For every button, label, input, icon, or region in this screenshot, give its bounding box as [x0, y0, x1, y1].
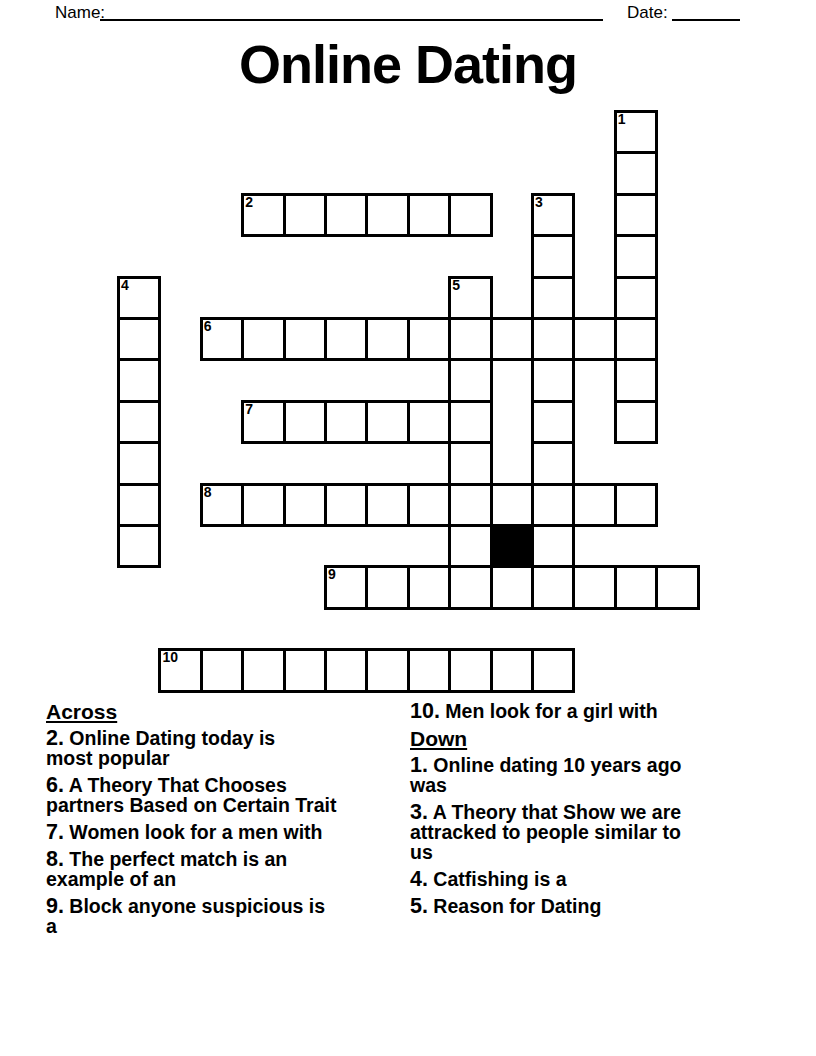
- grid-cell[interactable]: [531, 400, 575, 444]
- clue-number: 7.: [46, 820, 64, 844]
- clue-number: 10.: [410, 699, 440, 723]
- grid-cell[interactable]: [531, 358, 575, 402]
- cell-number: 3: [535, 195, 543, 209]
- clue-text: Online Dating today is most popular: [46, 727, 275, 769]
- clue-text: Men look for a girl with: [445, 700, 657, 722]
- grid-cell[interactable]: [448, 193, 492, 237]
- clue-1-down: 1. Online dating 10 years ago was: [410, 755, 810, 795]
- across-heading: Across: [46, 701, 414, 723]
- grid-cell[interactable]: [365, 565, 409, 609]
- clue-2-across: 2. Online Dating today is most popular: [46, 728, 414, 768]
- grid-cell[interactable]: [531, 441, 575, 485]
- clue-7-across: 7. Women look for a men with: [46, 822, 414, 842]
- date-label: Date:: [627, 3, 668, 23]
- clue-9-across: 9. Block anyone suspicious is a: [46, 896, 414, 936]
- clue-number: 5.: [410, 894, 428, 918]
- grid-cell[interactable]: [531, 524, 575, 568]
- clue-text: Online dating 10 years ago was: [410, 754, 682, 796]
- clue-10-across: 10. Men look for a girl with: [410, 701, 810, 721]
- grid-cell[interactable]: [407, 483, 451, 527]
- clues-column-left: Across 2. Online Dating today is most po…: [46, 701, 414, 943]
- clue-text: A Theory That Chooses partners Based on …: [46, 774, 336, 816]
- grid-cell[interactable]: [407, 565, 451, 609]
- grid-cell[interactable]: [614, 151, 658, 195]
- grid-cell[interactable]: [365, 483, 409, 527]
- grid-cell[interactable]: [448, 358, 492, 402]
- grid-cell[interactable]: [448, 400, 492, 444]
- grid-cell[interactable]: [531, 648, 575, 692]
- name-blank-line: [100, 19, 603, 21]
- grid-cell[interactable]: [365, 317, 409, 361]
- grid-cell[interactable]: [200, 648, 244, 692]
- grid-cell[interactable]: [614, 483, 658, 527]
- cell-number: 6: [204, 319, 212, 333]
- grid-cell[interactable]: [117, 358, 161, 402]
- black-cell: [490, 524, 534, 568]
- clue-number: 4.: [410, 867, 428, 891]
- grid-cell[interactable]: [614, 358, 658, 402]
- grid-cell[interactable]: [365, 400, 409, 444]
- grid-cell[interactable]: [614, 317, 658, 361]
- clue-text: A Theory that Show we are attracked to p…: [410, 801, 681, 863]
- grid-cell[interactable]: [117, 400, 161, 444]
- clue-4-down: 4. Catfishing is a: [410, 869, 810, 889]
- cell-number: 2: [245, 195, 253, 209]
- clue-text: Women look for a men with: [69, 821, 322, 843]
- grid-cell[interactable]: [614, 400, 658, 444]
- grid-cell[interactable]: [241, 317, 285, 361]
- cell-number: 7: [245, 402, 253, 416]
- clue-text: The perfect match is an example of an: [46, 848, 287, 890]
- grid-cell[interactable]: [448, 565, 492, 609]
- cell-number: 5: [452, 278, 460, 292]
- grid-cell[interactable]: [324, 483, 368, 527]
- grid-cell[interactable]: [365, 648, 409, 692]
- clue-text: Catfishing is a: [433, 868, 566, 890]
- grid-cell[interactable]: [283, 317, 327, 361]
- grid-cell[interactable]: [614, 276, 658, 320]
- page-title: Online Dating: [0, 34, 816, 94]
- grid-cell[interactable]: [614, 565, 658, 609]
- crossword-grid: 12345678910: [117, 110, 700, 693]
- grid-cell[interactable]: [324, 193, 368, 237]
- grid-cell[interactable]: [324, 400, 368, 444]
- grid-cell[interactable]: [490, 317, 534, 361]
- clues-column-right: 10. Men look for a girl with Down 1. Onl…: [410, 701, 810, 923]
- grid-cell[interactable]: [614, 193, 658, 237]
- grid-cell[interactable]: [531, 234, 575, 278]
- grid-cell[interactable]: [241, 483, 285, 527]
- grid-cell[interactable]: [283, 400, 327, 444]
- cell-number: 1: [618, 112, 626, 126]
- grid-cell[interactable]: [572, 483, 616, 527]
- grid-cell[interactable]: [117, 441, 161, 485]
- grid-cell[interactable]: [407, 317, 451, 361]
- grid-cell[interactable]: [448, 317, 492, 361]
- grid-cell[interactable]: [365, 193, 409, 237]
- grid-cell[interactable]: [407, 648, 451, 692]
- grid-cell[interactable]: [283, 193, 327, 237]
- grid-cell[interactable]: [531, 483, 575, 527]
- grid-cell[interactable]: [448, 483, 492, 527]
- clue-6-across: 6. A Theory That Chooses partners Based …: [46, 775, 414, 815]
- grid-cell[interactable]: [283, 648, 327, 692]
- cell-number: 8: [204, 485, 212, 499]
- down-heading: Down: [410, 728, 810, 750]
- cell-number: 10: [162, 650, 178, 664]
- clue-8-across: 8. The perfect match is an example of an: [46, 849, 414, 889]
- grid-cell[interactable]: [490, 483, 534, 527]
- grid-cell[interactable]: [531, 317, 575, 361]
- grid-cell[interactable]: [407, 193, 451, 237]
- grid-cell[interactable]: [117, 317, 161, 361]
- name-label: Name:: [55, 3, 105, 23]
- grid-cell[interactable]: [324, 317, 368, 361]
- clue-text: Reason for Dating: [433, 895, 601, 917]
- grid-cell[interactable]: [283, 483, 327, 527]
- grid-cell[interactable]: [572, 317, 616, 361]
- grid-cell[interactable]: [655, 565, 699, 609]
- clue-3-down: 3. A Theory that Show we are attracked t…: [410, 802, 810, 862]
- grid-cell[interactable]: [490, 648, 534, 692]
- date-blank-line: [672, 19, 740, 21]
- grid-cell[interactable]: [531, 276, 575, 320]
- grid-cell[interactable]: [490, 565, 534, 609]
- grid-cell[interactable]: [117, 483, 161, 527]
- cell-number: 9: [328, 567, 336, 581]
- grid-cell[interactable]: [241, 648, 285, 692]
- grid-cell[interactable]: [572, 565, 616, 609]
- cell-number: 4: [121, 278, 129, 292]
- grid-cell[interactable]: [448, 524, 492, 568]
- grid-cell[interactable]: [614, 234, 658, 278]
- grid-cell[interactable]: [531, 565, 575, 609]
- grid-cell[interactable]: [117, 524, 161, 568]
- clue-5-down: 5. Reason for Dating: [410, 896, 810, 916]
- clue-text: Block anyone suspicious is a: [46, 895, 325, 937]
- grid-cell[interactable]: [324, 648, 368, 692]
- grid-cell[interactable]: [407, 400, 451, 444]
- grid-cell[interactable]: [448, 648, 492, 692]
- grid-cell[interactable]: [448, 441, 492, 485]
